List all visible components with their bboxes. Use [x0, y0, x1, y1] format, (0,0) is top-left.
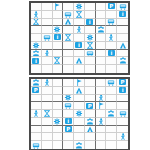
- cell-r7c6[interactable]: [85, 126, 96, 134]
- cell-r6c4[interactable]: i: [63, 118, 74, 126]
- cell-r1c1[interactable]: [31, 79, 42, 87]
- cell-r8c9[interactable]: [117, 133, 128, 141]
- cell-r3c7[interactable]: [96, 95, 107, 103]
- cell-r6c1[interactable]: [31, 42, 42, 50]
- person-icon: [119, 133, 127, 140]
- cell-r4c2[interactable]: [42, 26, 53, 34]
- people-icon: [32, 50, 40, 57]
- parking-icon: P: [86, 103, 93, 109]
- cell-r9c8[interactable]: [106, 141, 117, 149]
- cell-r9c5[interactable]: [74, 65, 85, 73]
- cell-r9c6[interactable]: [85, 141, 96, 149]
- tent-icon: [75, 57, 83, 64]
- cell-r2c3[interactable]: [53, 11, 64, 19]
- cell-r3c1[interactable]: [31, 19, 42, 27]
- cell-r9c2[interactable]: [42, 141, 53, 149]
- cell-r5c2[interactable]: [42, 34, 53, 42]
- cell-r2c1[interactable]: P: [31, 87, 42, 95]
- cell-r7c8[interactable]: [106, 126, 117, 134]
- parking-icon: P: [108, 3, 115, 9]
- cell-r3c7[interactable]: [96, 19, 107, 27]
- cell-r6c7[interactable]: [96, 118, 107, 126]
- cell-r2c2[interactable]: [42, 87, 53, 95]
- cell-r2c9[interactable]: i: [117, 87, 128, 95]
- cell-r6c1[interactable]: [31, 118, 42, 126]
- cell-r5c8[interactable]: [106, 34, 117, 42]
- cell-r2c2[interactable]: [42, 11, 53, 19]
- flower-icon: [64, 95, 72, 102]
- cell-r5c6[interactable]: [85, 110, 96, 118]
- cell-r6c3[interactable]: [53, 118, 64, 126]
- cell-r7c5[interactable]: [74, 126, 85, 134]
- tent-icon: [64, 19, 72, 26]
- cell-r1c4[interactable]: [63, 79, 74, 87]
- info-icon: i: [54, 34, 61, 40]
- cell-r3c9[interactable]: [117, 95, 128, 103]
- cell-r2c8[interactable]: [106, 87, 117, 95]
- cell-r6c2[interactable]: [42, 42, 53, 50]
- info-icon: i: [32, 58, 39, 64]
- cell-r2c1[interactable]: [31, 11, 42, 19]
- cell-r1c8[interactable]: [106, 79, 117, 87]
- cell-r8c7[interactable]: [96, 57, 107, 65]
- flower-icon: [75, 110, 83, 117]
- cell-r7c9[interactable]: [117, 126, 128, 134]
- cell-r6c5[interactable]: [74, 118, 85, 126]
- cell-r4c3[interactable]: [53, 26, 64, 34]
- cell-r2c8[interactable]: [106, 11, 117, 19]
- flower-icon: [32, 42, 40, 49]
- cell-r4c1[interactable]: [31, 26, 42, 34]
- flag-icon: [75, 79, 83, 86]
- cell-r1c5[interactable]: [74, 3, 85, 11]
- cell-r7c6[interactable]: [85, 50, 96, 58]
- cell-r9c7[interactable]: [96, 65, 107, 73]
- cell-r7c4[interactable]: [63, 50, 74, 58]
- info-icon: i: [75, 42, 82, 48]
- cell-r6c2[interactable]: [42, 118, 53, 126]
- person-icon: [32, 11, 40, 18]
- hourglass-icon: [86, 42, 94, 49]
- cell-r7c5[interactable]: [74, 50, 85, 58]
- cell-r3c4[interactable]: [63, 19, 74, 27]
- person-icon: [75, 26, 83, 33]
- cell-r9c4[interactable]: [63, 141, 74, 149]
- cell-r3c5[interactable]: [74, 19, 85, 27]
- cell-r7c8[interactable]: i: [106, 50, 117, 58]
- tent-icon: [119, 42, 127, 49]
- info-icon: i: [119, 11, 126, 17]
- sudoku-board-bottom: PPi P i P: [29, 77, 130, 150]
- cell-r3c4[interactable]: [63, 95, 74, 103]
- cell-r2c9[interactable]: i: [117, 11, 128, 19]
- cell-r1c7[interactable]: [96, 79, 107, 87]
- cell-r9c4[interactable]: [63, 65, 74, 73]
- person-icon: [43, 79, 51, 86]
- cell-r8c8[interactable]: [106, 57, 117, 65]
- cell-r7c1[interactable]: [31, 50, 42, 58]
- info-icon: i: [65, 118, 72, 124]
- cell-r4c4[interactable]: [63, 26, 74, 34]
- cell-r5c7[interactable]: [96, 34, 107, 42]
- cell-r2c6[interactable]: [85, 87, 96, 95]
- cell-r7c7[interactable]: [96, 50, 107, 58]
- cell-r7c1[interactable]: [31, 126, 42, 134]
- cell-r5c4[interactable]: [63, 110, 74, 118]
- cell-r4c1[interactable]: [31, 102, 42, 110]
- person-icon: [97, 118, 105, 125]
- cell-r5c3[interactable]: i: [53, 34, 64, 42]
- cell-r4c3[interactable]: [53, 102, 64, 110]
- cell-r4c5[interactable]: [74, 26, 85, 34]
- cell-r7c7[interactable]: [96, 126, 107, 134]
- person-icon: [32, 110, 40, 117]
- cell-r9c9[interactable]: [117, 65, 128, 73]
- cell-r7c9[interactable]: [117, 50, 128, 58]
- tent-icon: [86, 126, 94, 133]
- flower-icon: [75, 3, 83, 10]
- cell-r7c4[interactable]: P: [63, 126, 74, 134]
- info-icon: i: [119, 87, 126, 93]
- cell-r8c3[interactable]: [53, 133, 64, 141]
- cell-r9c3[interactable]: [53, 65, 64, 73]
- cell-r5c2[interactable]: [42, 110, 53, 118]
- bus-icon: [119, 110, 127, 117]
- bus-icon: [64, 102, 72, 109]
- flower-icon: [53, 26, 61, 33]
- puzzle-page: { "game": "icon-sudoku", "description": …: [0, 0, 150, 150]
- cell-r8c5[interactable]: [74, 57, 85, 65]
- cell-r8c9[interactable]: [117, 57, 128, 65]
- cell-r1c8[interactable]: P: [106, 3, 117, 11]
- cell-r8c4[interactable]: [63, 57, 74, 65]
- cell-r3c8[interactable]: [106, 95, 117, 103]
- cell-r6c4[interactable]: [63, 42, 74, 50]
- cell-r7c2[interactable]: [42, 126, 53, 134]
- bus-icon: [32, 142, 40, 149]
- cell-r8c8[interactable]: [106, 133, 117, 141]
- cell-r5c9[interactable]: [117, 110, 128, 118]
- cell-r2c3[interactable]: [53, 87, 64, 95]
- cell-r1c5[interactable]: [74, 79, 85, 87]
- cell-r2c4[interactable]: [63, 11, 74, 19]
- cell-r9c1[interactable]: [31, 65, 42, 73]
- cell-r1c6[interactable]: [85, 3, 96, 11]
- cell-r3c2[interactable]: [42, 95, 53, 103]
- cell-r2c6[interactable]: [85, 11, 96, 19]
- cell-r4c4[interactable]: [63, 102, 74, 110]
- bus-icon: [64, 11, 72, 18]
- cell-r5c1[interactable]: [31, 34, 42, 42]
- cell-r8c1[interactable]: [31, 133, 42, 141]
- info-icon: i: [86, 19, 93, 25]
- cell-r3c9[interactable]: [117, 19, 128, 27]
- cell-r6c9[interactable]: [117, 118, 128, 126]
- cell-r4c7[interactable]: [96, 102, 107, 110]
- cell-r6c5[interactable]: i: [74, 42, 85, 50]
- cell-r3c6[interactable]: i: [85, 19, 96, 27]
- bus-icon: [43, 34, 51, 41]
- cell-r9c1[interactable]: [31, 141, 42, 149]
- cell-r7c3[interactable]: [53, 50, 64, 58]
- cell-r2c5[interactable]: [74, 11, 85, 19]
- cell-r7c3[interactable]: [53, 126, 64, 134]
- cell-r5c3[interactable]: [53, 110, 64, 118]
- cell-r3c8[interactable]: [106, 19, 117, 27]
- cell-r3c2[interactable]: [42, 19, 53, 27]
- people-icon: [32, 79, 40, 86]
- cell-r5c8[interactable]: [106, 110, 117, 118]
- cell-r1c3[interactable]: [53, 3, 64, 11]
- cell-r6c9[interactable]: [117, 42, 128, 50]
- cell-r5c5[interactable]: [74, 34, 85, 42]
- cell-r9c7[interactable]: [96, 141, 107, 149]
- cell-r5c7[interactable]: [96, 110, 107, 118]
- cell-r1c4[interactable]: [63, 3, 74, 11]
- cell-r2c5[interactable]: [74, 87, 85, 95]
- cell-r5c5[interactable]: [74, 110, 85, 118]
- bus-icon: [107, 79, 115, 86]
- cell-r8c4[interactable]: [63, 133, 74, 141]
- parking-icon: P: [119, 79, 126, 85]
- flag-icon: [97, 102, 105, 109]
- cell-r1c1[interactable]: [31, 3, 42, 11]
- cell-r5c9[interactable]: [117, 34, 128, 42]
- hourglass-icon: [43, 110, 51, 117]
- cell-r2c7[interactable]: [96, 11, 107, 19]
- cell-r4c6[interactable]: [85, 26, 96, 34]
- person-icon: [97, 95, 105, 102]
- cell-r9c2[interactable]: [42, 65, 53, 73]
- cell-r3c6[interactable]: [85, 95, 96, 103]
- cell-r3c1[interactable]: [31, 95, 42, 103]
- cell-r9c6[interactable]: [85, 65, 96, 73]
- cell-r8c7[interactable]: [96, 133, 107, 141]
- cell-r6c8[interactable]: [106, 118, 117, 126]
- cell-r4c8[interactable]: [106, 102, 117, 110]
- hourglass-icon: [53, 57, 61, 64]
- cell-r1c2[interactable]: [42, 79, 53, 87]
- cell-r6c7[interactable]: [96, 42, 107, 50]
- bus-icon: [119, 3, 127, 10]
- cell-r8c2[interactable]: [42, 57, 53, 65]
- cell-r4c2[interactable]: [42, 102, 53, 110]
- cell-r1c3[interactable]: [53, 79, 64, 87]
- cell-r3c3[interactable]: [53, 19, 64, 27]
- flag-icon: [53, 3, 61, 10]
- cell-r6c6[interactable]: [85, 118, 96, 126]
- cell-r1c9[interactable]: [117, 3, 128, 11]
- cell-r6c3[interactable]: [53, 42, 64, 50]
- parking-icon: P: [65, 126, 72, 132]
- cell-r2c7[interactable]: [96, 87, 107, 95]
- people-icon: [97, 26, 105, 33]
- cell-r9c8[interactable]: [106, 65, 117, 73]
- cell-r4c9[interactable]: [117, 26, 128, 34]
- cell-r8c2[interactable]: [42, 133, 53, 141]
- cell-r7c2[interactable]: [42, 50, 53, 58]
- flower-icon: [86, 34, 94, 41]
- cell-r4c8[interactable]: [106, 26, 117, 34]
- cell-r6c6[interactable]: [85, 42, 96, 50]
- cell-r5c4[interactable]: [63, 34, 74, 42]
- cell-r2c4[interactable]: [63, 87, 74, 95]
- cell-r6c8[interactable]: [106, 42, 117, 50]
- info-icon: i: [108, 50, 115, 56]
- cell-r4c5[interactable]: [74, 102, 85, 110]
- cell-r1c7[interactable]: [96, 3, 107, 11]
- hourglass-icon: [64, 34, 72, 41]
- flower-icon: [53, 118, 61, 125]
- cell-r5c1[interactable]: [31, 110, 42, 118]
- cell-r9c3[interactable]: [53, 141, 64, 149]
- cell-r1c2[interactable]: [42, 3, 53, 11]
- cell-r4c9[interactable]: [117, 102, 128, 110]
- cell-r9c9[interactable]: [117, 141, 128, 149]
- sudoku-board-top: P ii i i: [29, 1, 130, 75]
- bus-icon: [107, 19, 115, 26]
- people-icon: [119, 57, 127, 64]
- cell-r4c6[interactable]: P: [85, 102, 96, 110]
- cell-r8c3[interactable]: [53, 57, 64, 65]
- person-icon: [43, 50, 51, 57]
- hourglass-icon: [32, 19, 40, 26]
- bus-icon: [86, 50, 94, 57]
- people-icon: [86, 118, 94, 125]
- cell-r4c7[interactable]: [96, 26, 107, 34]
- person-icon: [107, 34, 115, 41]
- people-icon: [75, 142, 83, 149]
- cell-r8c6[interactable]: [85, 133, 96, 141]
- cell-r3c3[interactable]: [53, 95, 64, 103]
- cell-r8c6[interactable]: [85, 57, 96, 65]
- parking-icon: P: [32, 87, 39, 93]
- cell-r8c1[interactable]: i: [31, 57, 42, 65]
- cell-r1c9[interactable]: P: [117, 79, 128, 87]
- hourglass-icon: [75, 11, 83, 18]
- cell-r9c5[interactable]: [74, 141, 85, 149]
- cell-r8c5[interactable]: [74, 133, 85, 141]
- cell-r1c6[interactable]: [85, 79, 96, 87]
- cell-r3c5[interactable]: [74, 95, 85, 103]
- tent-icon: [75, 87, 83, 94]
- cell-r5c6[interactable]: [85, 34, 96, 42]
- people-icon: [107, 110, 115, 117]
